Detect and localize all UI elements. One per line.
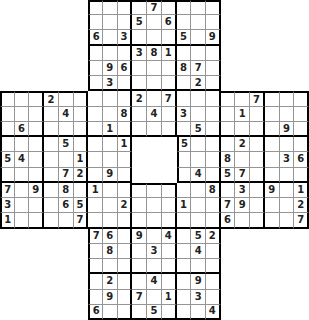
sudoku-cell-given[interactable]: 5 xyxy=(74,198,89,213)
sudoku-cell-empty[interactable] xyxy=(147,15,162,30)
sudoku-cell-given[interactable]: 5 xyxy=(147,305,162,320)
sudoku-cell-empty[interactable] xyxy=(250,122,265,137)
sudoku-cell-given[interactable]: 2 xyxy=(191,76,206,91)
sudoku-cell-given[interactable]: 7 xyxy=(147,0,162,15)
sudoku-cell-empty[interactable] xyxy=(118,152,133,167)
sudoku-cell-empty[interactable] xyxy=(294,137,309,152)
sudoku-cell-given[interactable]: 1 xyxy=(177,198,192,213)
sudoku-cell-given[interactable]: 8 xyxy=(177,61,192,76)
sudoku-cell-empty[interactable] xyxy=(103,183,118,198)
sudoku-cell-given[interactable]: 4 xyxy=(147,274,162,289)
empty-space xyxy=(29,244,44,259)
sudoku-cell-empty[interactable] xyxy=(147,229,162,244)
sudoku-cell-given[interactable]: 5 xyxy=(132,15,147,30)
sudoku-cell-given[interactable]: 6 xyxy=(59,198,74,213)
sudoku-cell-empty[interactable] xyxy=(15,168,30,183)
sudoku-cell-empty[interactable] xyxy=(44,183,59,198)
sudoku-cell-empty[interactable] xyxy=(88,152,103,167)
sudoku-cell-empty[interactable] xyxy=(118,305,133,320)
sudoku-cell-empty[interactable] xyxy=(280,213,295,228)
sudoku-cell-empty[interactable] xyxy=(88,61,103,76)
sudoku-cell-given[interactable]: 9 xyxy=(191,274,206,289)
sudoku-cell-given[interactable]: 9 xyxy=(103,168,118,183)
sudoku-cell-given[interactable]: 2 xyxy=(235,137,250,152)
sudoku-cell-empty[interactable] xyxy=(74,183,89,198)
sudoku-cell-empty[interactable] xyxy=(44,107,59,122)
sudoku-cell-empty[interactable] xyxy=(206,76,221,91)
sudoku-cell-empty[interactable] xyxy=(235,91,250,106)
sudoku-cell-empty[interactable] xyxy=(162,61,177,76)
sudoku-cell-empty[interactable] xyxy=(177,91,192,106)
sudoku-cell-empty[interactable] xyxy=(294,168,309,183)
sudoku-cell-empty[interactable] xyxy=(191,259,206,274)
sudoku-cell-given[interactable]: 2 xyxy=(44,91,59,106)
sudoku-cell-given[interactable]: 1 xyxy=(294,183,309,198)
sudoku-cell-empty[interactable] xyxy=(103,259,118,274)
sudoku-cell-empty[interactable] xyxy=(118,168,133,183)
sudoku-cell-empty[interactable] xyxy=(118,244,133,259)
sudoku-cell-empty[interactable] xyxy=(265,213,280,228)
sudoku-cell-given[interactable]: 6 xyxy=(294,152,309,167)
sudoku-cell-empty[interactable] xyxy=(191,0,206,15)
sudoku-cell-empty[interactable] xyxy=(235,213,250,228)
sudoku-cell-empty[interactable] xyxy=(235,122,250,137)
sudoku-cell-empty[interactable] xyxy=(118,183,133,198)
sudoku-cell-empty[interactable] xyxy=(132,305,147,320)
sudoku-cell-empty[interactable] xyxy=(162,0,177,15)
sudoku-cell-empty[interactable] xyxy=(206,137,221,152)
sudoku-cell-given[interactable]: 2 xyxy=(118,198,133,213)
sudoku-cell-empty[interactable] xyxy=(118,122,133,137)
sudoku-cell-empty[interactable] xyxy=(206,274,221,289)
sudoku-cell-empty[interactable] xyxy=(265,137,280,152)
sudoku-cell-given[interactable]: 4 xyxy=(162,229,177,244)
sudoku-cell-given[interactable]: 9 xyxy=(29,183,44,198)
sudoku-cell-empty[interactable] xyxy=(206,290,221,305)
sudoku-cell-empty[interactable] xyxy=(280,168,295,183)
sudoku-cell-empty[interactable] xyxy=(191,305,206,320)
sudoku-cell-empty[interactable] xyxy=(29,152,44,167)
sudoku-cell-empty[interactable] xyxy=(118,0,133,15)
sudoku-cell-given[interactable]: 3 xyxy=(103,76,118,91)
sudoku-cell-empty[interactable] xyxy=(206,259,221,274)
sudoku-cell-empty[interactable] xyxy=(265,152,280,167)
sudoku-cell-given[interactable]: 7 xyxy=(221,198,236,213)
sudoku-cell-empty[interactable] xyxy=(88,137,103,152)
sudoku-cell-empty[interactable] xyxy=(132,183,147,198)
sudoku-cell-empty[interactable] xyxy=(250,198,265,213)
sudoku-cell-empty[interactable] xyxy=(250,213,265,228)
sudoku-cell-empty[interactable] xyxy=(132,259,147,274)
sudoku-cell-empty[interactable] xyxy=(206,244,221,259)
sudoku-cell-given[interactable]: 2 xyxy=(206,229,221,244)
sudoku-cell-empty[interactable] xyxy=(59,213,74,228)
sudoku-cell-empty[interactable] xyxy=(88,198,103,213)
sudoku-cell-empty[interactable] xyxy=(118,91,133,106)
sudoku-cell-given[interactable]: 7 xyxy=(162,91,177,106)
sudoku-cell-empty[interactable] xyxy=(294,122,309,137)
sudoku-cell-empty[interactable] xyxy=(177,15,192,30)
sudoku-cell-empty[interactable] xyxy=(44,168,59,183)
sudoku-cell-empty[interactable] xyxy=(118,46,133,61)
sudoku-cell-empty[interactable] xyxy=(147,30,162,45)
sudoku-cell-empty[interactable] xyxy=(132,122,147,137)
sudoku-cell-empty[interactable] xyxy=(177,168,192,183)
sudoku-cell-empty[interactable] xyxy=(132,30,147,45)
sudoku-cell-empty[interactable] xyxy=(280,107,295,122)
sudoku-cell-given[interactable]: 8 xyxy=(59,183,74,198)
sudoku-cell-empty[interactable] xyxy=(177,244,192,259)
sudoku-cell-given[interactable]: 8 xyxy=(206,183,221,198)
sudoku-cell-empty[interactable] xyxy=(15,213,30,228)
sudoku-cell-given[interactable]: 1 xyxy=(74,152,89,167)
sudoku-cell-empty[interactable] xyxy=(265,122,280,137)
sudoku-cell-empty[interactable] xyxy=(15,183,30,198)
sudoku-cell-empty[interactable] xyxy=(280,91,295,106)
sudoku-cell-empty[interactable] xyxy=(280,137,295,152)
sudoku-cell-empty[interactable] xyxy=(88,122,103,137)
sudoku-cell-given[interactable]: 2 xyxy=(132,91,147,106)
sudoku-cell-empty[interactable] xyxy=(235,152,250,167)
sudoku-cell-empty[interactable] xyxy=(221,183,236,198)
sudoku-cell-empty[interactable] xyxy=(191,107,206,122)
sudoku-cell-given[interactable]: 4 xyxy=(191,168,206,183)
sudoku-cell-empty[interactable] xyxy=(103,46,118,61)
sudoku-cell-empty[interactable] xyxy=(250,107,265,122)
sudoku-cell-given[interactable]: 4 xyxy=(206,305,221,320)
sudoku-cell-empty[interactable] xyxy=(177,290,192,305)
sudoku-cell-given[interactable]: 6 xyxy=(15,122,30,137)
sudoku-cell-empty[interactable] xyxy=(15,198,30,213)
sudoku-cell-given[interactable]: 5 xyxy=(177,137,192,152)
sudoku-cell-empty[interactable] xyxy=(29,137,44,152)
sudoku-cell-empty[interactable] xyxy=(88,213,103,228)
sudoku-cell-empty[interactable] xyxy=(0,107,15,122)
sudoku-cell-empty[interactable] xyxy=(177,46,192,61)
sudoku-cell-empty[interactable] xyxy=(132,61,147,76)
sudoku-cell-empty[interactable] xyxy=(177,122,192,137)
sudoku-cell-empty[interactable] xyxy=(29,91,44,106)
sudoku-cell-empty[interactable] xyxy=(147,198,162,213)
sudoku-cell-empty[interactable] xyxy=(162,259,177,274)
sudoku-cell-given[interactable]: 7 xyxy=(191,61,206,76)
sudoku-cell-given[interactable]: 7 xyxy=(294,213,309,228)
sudoku-cell-empty[interactable] xyxy=(265,91,280,106)
sudoku-cell-empty[interactable] xyxy=(191,15,206,30)
sudoku-cell-given[interactable]: 9 xyxy=(103,290,118,305)
sudoku-cell-empty[interactable] xyxy=(59,122,74,137)
sudoku-cell-given[interactable]: 3 xyxy=(235,183,250,198)
sudoku-cell-given[interactable]: 4 xyxy=(191,244,206,259)
sudoku-cell-empty[interactable] xyxy=(177,259,192,274)
empty-space xyxy=(221,61,236,76)
sudoku-cell-empty[interactable] xyxy=(191,30,206,45)
sudoku-cell-empty[interactable] xyxy=(88,290,103,305)
sudoku-cell-empty[interactable] xyxy=(29,107,44,122)
sudoku-cell-empty[interactable] xyxy=(74,122,89,137)
sudoku-cell-empty[interactable] xyxy=(250,152,265,167)
sudoku-cell-empty[interactable] xyxy=(250,183,265,198)
sudoku-cell-empty[interactable] xyxy=(103,0,118,15)
sudoku-cell-empty[interactable] xyxy=(44,137,59,152)
sudoku-cell-given[interactable]: 3 xyxy=(132,46,147,61)
sudoku-cell-empty[interactable] xyxy=(59,91,74,106)
sudoku-cell-given[interactable]: 1 xyxy=(0,213,15,228)
sudoku-cell-empty[interactable] xyxy=(88,244,103,259)
sudoku-cell-given[interactable]: 9 xyxy=(132,229,147,244)
sudoku-cell-given[interactable]: 7 xyxy=(0,183,15,198)
empty-space xyxy=(221,76,236,91)
sudoku-cell-given[interactable]: 5 xyxy=(191,229,206,244)
sudoku-cell-empty[interactable] xyxy=(250,137,265,152)
sudoku-cell-given[interactable]: 5 xyxy=(191,122,206,137)
sudoku-cell-given[interactable]: 7 xyxy=(235,168,250,183)
sudoku-cell-given[interactable]: 6 xyxy=(118,61,133,76)
sudoku-cell-given[interactable]: 8 xyxy=(221,152,236,167)
sudoku-cell-empty[interactable] xyxy=(177,152,192,167)
sudoku-cell-given[interactable]: 1 xyxy=(88,183,103,198)
sudoku-cell-empty[interactable] xyxy=(147,61,162,76)
sudoku-cell-empty[interactable] xyxy=(15,107,30,122)
empty-space xyxy=(280,15,295,30)
empty-space xyxy=(0,76,15,91)
sudoku-cell-empty[interactable] xyxy=(132,244,147,259)
sudoku-cell-empty[interactable] xyxy=(103,305,118,320)
sudoku-cell-given[interactable]: 1 xyxy=(103,122,118,137)
sudoku-cell-empty[interactable] xyxy=(191,137,206,152)
sudoku-cell-given[interactable]: 1 xyxy=(162,290,177,305)
sudoku-cell-empty[interactable] xyxy=(162,198,177,213)
sudoku-cell-empty[interactable] xyxy=(147,213,162,228)
sudoku-cell-empty[interactable] xyxy=(44,152,59,167)
sudoku-cell-empty[interactable] xyxy=(206,91,221,106)
sudoku-cell-empty[interactable] xyxy=(103,30,118,45)
sudoku-cell-empty[interactable] xyxy=(132,274,147,289)
sudoku-cell-empty[interactable] xyxy=(103,91,118,106)
sudoku-cell-given[interactable]: 1 xyxy=(162,46,177,61)
sudoku-cell-given[interactable]: 3 xyxy=(191,290,206,305)
sudoku-cell-empty[interactable] xyxy=(162,107,177,122)
sudoku-cell-empty[interactable] xyxy=(191,213,206,228)
sudoku-cell-given[interactable]: 5 xyxy=(221,168,236,183)
sudoku-cell-empty[interactable] xyxy=(221,122,236,137)
sudoku-cell-empty[interactable] xyxy=(74,91,89,106)
sudoku-cell-given[interactable]: 5 xyxy=(0,152,15,167)
sudoku-cell-given[interactable]: 3 xyxy=(118,30,133,45)
sudoku-cell-given[interactable]: 6 xyxy=(88,305,103,320)
sudoku-cell-empty[interactable] xyxy=(44,213,59,228)
sudoku-cell-empty[interactable] xyxy=(103,152,118,167)
sudoku-cell-given[interactable]: 6 xyxy=(221,213,236,228)
sudoku-cell-empty[interactable] xyxy=(88,168,103,183)
sudoku-cell-empty[interactable] xyxy=(44,122,59,137)
sudoku-cell-empty[interactable] xyxy=(147,290,162,305)
sudoku-cell-empty[interactable] xyxy=(265,168,280,183)
sudoku-cell-empty[interactable] xyxy=(206,122,221,137)
sudoku-cell-given[interactable]: 6 xyxy=(88,30,103,45)
sudoku-cell-empty[interactable] xyxy=(147,259,162,274)
sudoku-cell-empty[interactable] xyxy=(118,213,133,228)
sudoku-cell-empty[interactable] xyxy=(0,137,15,152)
sudoku-cell-given[interactable]: 9 xyxy=(235,198,250,213)
sudoku-cell-empty[interactable] xyxy=(0,122,15,137)
sudoku-cell-empty[interactable] xyxy=(191,46,206,61)
sudoku-cell-empty[interactable] xyxy=(206,213,221,228)
sudoku-cell-empty[interactable] xyxy=(88,107,103,122)
sudoku-cell-empty[interactable] xyxy=(177,229,192,244)
sudoku-cell-empty[interactable] xyxy=(206,168,221,183)
sudoku-cell-empty[interactable] xyxy=(88,274,103,289)
sudoku-cell-given[interactable]: 4 xyxy=(15,152,30,167)
sudoku-cell-given[interactable]: 4 xyxy=(147,107,162,122)
sudoku-cell-given[interactable]: 7 xyxy=(88,229,103,244)
sudoku-cell-given[interactable]: 3 xyxy=(0,198,15,213)
sudoku-cell-empty[interactable] xyxy=(103,15,118,30)
sudoku-cell-empty[interactable] xyxy=(147,183,162,198)
empty-space xyxy=(29,229,44,244)
sudoku-cell-empty[interactable] xyxy=(206,61,221,76)
sudoku-cell-empty[interactable] xyxy=(29,168,44,183)
empty-space xyxy=(294,305,309,320)
sudoku-cell-empty[interactable] xyxy=(132,0,147,15)
sudoku-cell-empty[interactable] xyxy=(147,76,162,91)
empty-space xyxy=(221,290,236,305)
sudoku-cell-empty[interactable] xyxy=(206,46,221,61)
sudoku-cell-given[interactable]: 9 xyxy=(206,30,221,45)
sudoku-cell-empty[interactable] xyxy=(103,137,118,152)
empty-space xyxy=(235,76,250,91)
sudoku-cell-empty[interactable] xyxy=(206,152,221,167)
sudoku-cell-empty[interactable] xyxy=(265,107,280,122)
sudoku-cell-empty[interactable] xyxy=(162,244,177,259)
sudoku-cell-empty[interactable] xyxy=(177,305,192,320)
sudoku-cell-empty[interactable] xyxy=(177,0,192,15)
sudoku-cell-empty[interactable] xyxy=(103,198,118,213)
sudoku-cell-empty[interactable] xyxy=(132,107,147,122)
sudoku-cell-empty[interactable] xyxy=(118,15,133,30)
sudoku-cell-empty[interactable] xyxy=(177,76,192,91)
sudoku-cell-empty[interactable] xyxy=(74,107,89,122)
sudoku-cell-empty[interactable] xyxy=(118,259,133,274)
sudoku-cell-given[interactable]: 1 xyxy=(118,137,133,152)
sudoku-cell-empty[interactable] xyxy=(206,107,221,122)
sudoku-cell-empty[interactable] xyxy=(162,122,177,137)
sudoku-cell-empty[interactable] xyxy=(118,76,133,91)
sudoku-cell-given[interactable]: 7 xyxy=(74,213,89,228)
sudoku-cell-empty[interactable] xyxy=(162,30,177,45)
sudoku-cell-empty[interactable] xyxy=(74,137,89,152)
sudoku-cell-empty[interactable] xyxy=(177,274,192,289)
sudoku-cell-given[interactable]: 8 xyxy=(147,46,162,61)
sudoku-cell-given[interactable]: 8 xyxy=(103,244,118,259)
sudoku-cell-given[interactable]: 3 xyxy=(147,244,162,259)
sudoku-cell-empty[interactable] xyxy=(147,91,162,106)
sudoku-cell-given[interactable]: 8 xyxy=(118,107,133,122)
sudoku-cell-empty[interactable] xyxy=(162,213,177,228)
empty-space xyxy=(280,274,295,289)
sudoku-cell-empty[interactable] xyxy=(206,15,221,30)
sudoku-cell-empty[interactable] xyxy=(191,152,206,167)
sudoku-cell-empty[interactable] xyxy=(191,183,206,198)
sudoku-cell-empty[interactable] xyxy=(250,168,265,183)
sudoku-cell-empty[interactable] xyxy=(44,198,59,213)
sudoku-cell-empty[interactable] xyxy=(206,0,221,15)
sudoku-cell-empty[interactable] xyxy=(221,91,236,106)
sudoku-cell-empty[interactable] xyxy=(191,198,206,213)
empty-space xyxy=(294,30,309,45)
sudoku-cell-empty[interactable] xyxy=(265,198,280,213)
sudoku-cell-given[interactable]: 7 xyxy=(250,91,265,106)
sudoku-cell-empty[interactable] xyxy=(162,274,177,289)
sudoku-cell-empty[interactable] xyxy=(294,107,309,122)
sudoku-cell-empty[interactable] xyxy=(88,76,103,91)
sudoku-cell-given[interactable]: 7 xyxy=(59,168,74,183)
sudoku-cell-empty[interactable] xyxy=(88,91,103,106)
sudoku-cell-empty[interactable] xyxy=(118,274,133,289)
sudoku-cell-empty[interactable] xyxy=(88,46,103,61)
sudoku-cell-empty[interactable] xyxy=(221,137,236,152)
sudoku-cell-given[interactable]: 4 xyxy=(59,107,74,122)
sudoku-cell-given[interactable]: 9 xyxy=(265,183,280,198)
sudoku-cell-given[interactable]: 3 xyxy=(280,152,295,167)
sudoku-cell-empty[interactable] xyxy=(118,229,133,244)
sudoku-cell-empty[interactable] xyxy=(103,213,118,228)
sudoku-cell-empty[interactable] xyxy=(29,122,44,137)
sudoku-cell-given[interactable]: 2 xyxy=(294,198,309,213)
sudoku-cell-empty[interactable] xyxy=(88,0,103,15)
sudoku-cell-empty[interactable] xyxy=(103,107,118,122)
sudoku-cell-given[interactable]: 5 xyxy=(177,30,192,45)
sudoku-cell-empty[interactable] xyxy=(177,183,192,198)
sudoku-cell-given[interactable]: 2 xyxy=(74,168,89,183)
sudoku-cell-empty[interactable] xyxy=(0,168,15,183)
sudoku-cell-empty[interactable] xyxy=(132,76,147,91)
sudoku-cell-empty[interactable] xyxy=(118,290,133,305)
sudoku-cell-empty[interactable] xyxy=(15,137,30,152)
sudoku-cell-empty[interactable] xyxy=(59,152,74,167)
sudoku-cell-given[interactable]: 9 xyxy=(103,61,118,76)
sudoku-cell-empty[interactable] xyxy=(162,76,177,91)
sudoku-cell-empty[interactable] xyxy=(88,15,103,30)
sudoku-cell-empty[interactable] xyxy=(294,91,309,106)
sudoku-cell-empty[interactable] xyxy=(0,91,15,106)
sudoku-cell-empty[interactable] xyxy=(88,259,103,274)
sudoku-cell-empty[interactable] xyxy=(162,183,177,198)
sudoku-cell-given[interactable]: 1 xyxy=(235,107,250,122)
sudoku-cell-empty[interactable] xyxy=(177,213,192,228)
sudoku-cell-empty[interactable] xyxy=(280,183,295,198)
sudoku-cell-empty[interactable] xyxy=(29,198,44,213)
sudoku-cell-given[interactable]: 6 xyxy=(103,229,118,244)
sudoku-cell-empty[interactable] xyxy=(162,305,177,320)
sudoku-cell-empty[interactable] xyxy=(132,213,147,228)
empty-space xyxy=(235,244,250,259)
sudoku-cell-given[interactable]: 3 xyxy=(177,107,192,122)
sudoku-cell-empty[interactable] xyxy=(147,122,162,137)
sudoku-cell-empty[interactable] xyxy=(29,213,44,228)
sudoku-cell-given[interactable]: 9 xyxy=(280,122,295,137)
sudoku-cell-empty[interactable] xyxy=(206,198,221,213)
sudoku-cell-empty[interactable] xyxy=(132,198,147,213)
sudoku-cell-empty[interactable] xyxy=(221,107,236,122)
sudoku-cell-empty[interactable] xyxy=(191,91,206,106)
sudoku-cell-given[interactable]: 7 xyxy=(132,290,147,305)
sudoku-cell-given[interactable]: 2 xyxy=(103,274,118,289)
sudoku-cell-empty[interactable] xyxy=(15,91,30,106)
sudoku-cell-empty[interactable] xyxy=(280,198,295,213)
sudoku-cell-given[interactable]: 6 xyxy=(162,15,177,30)
sudoku-cell-given[interactable]: 5 xyxy=(59,137,74,152)
